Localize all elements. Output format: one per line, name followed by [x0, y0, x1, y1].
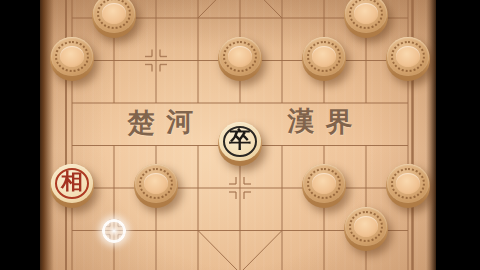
piece-back-center: [102, 3, 126, 24]
letterbox-left: [0, 0, 40, 270]
letterbox-right: [436, 0, 480, 270]
piece-back-face: [345, 207, 387, 246]
piece-character: 相: [51, 164, 93, 200]
piece-back-face: [135, 164, 177, 203]
hidden-piece[interactable]: [50, 37, 94, 81]
piece-back-center: [396, 46, 420, 67]
river-text-jie: 界: [326, 104, 353, 140]
piece-red-elephant[interactable]: 相: [50, 164, 94, 208]
piece-black-soldier[interactable]: 卒: [218, 122, 262, 166]
piece-back-center: [312, 173, 336, 194]
hidden-piece[interactable]: [386, 37, 430, 81]
hidden-piece[interactable]: [218, 37, 262, 81]
selection-sparkle-effect: [102, 219, 126, 243]
piece-face: 相: [51, 164, 93, 203]
piece-back-face: [51, 37, 93, 76]
piece-back-face: [387, 164, 429, 203]
piece-back-face: [387, 37, 429, 76]
piece-back-face: [219, 37, 261, 76]
piece-back-center: [396, 173, 420, 194]
piece-back-center: [354, 216, 378, 237]
piece-back-center: [144, 173, 168, 194]
piece-back-face: [93, 0, 135, 33]
piece-back-face: [303, 37, 345, 76]
river-text-han: 漢: [288, 103, 315, 139]
piece-back-face: [303, 164, 345, 203]
game-screen: 楚 河 漢 界 卒相: [0, 0, 480, 270]
hidden-piece[interactable]: [302, 37, 346, 81]
piece-back-center: [312, 46, 336, 67]
hidden-piece[interactable]: [344, 207, 388, 251]
river-text-chu: 楚: [128, 105, 155, 141]
hidden-piece[interactable]: [134, 164, 178, 208]
river-text-he: 河: [167, 104, 194, 140]
piece-back-center: [354, 3, 378, 24]
piece-back-face: [345, 0, 387, 33]
piece-back-center: [60, 46, 84, 67]
hidden-piece[interactable]: [302, 164, 346, 208]
piece-character: 卒: [219, 122, 261, 158]
hidden-piece[interactable]: [386, 164, 430, 208]
piece-face: 卒: [219, 122, 261, 161]
piece-back-center: [228, 46, 252, 67]
